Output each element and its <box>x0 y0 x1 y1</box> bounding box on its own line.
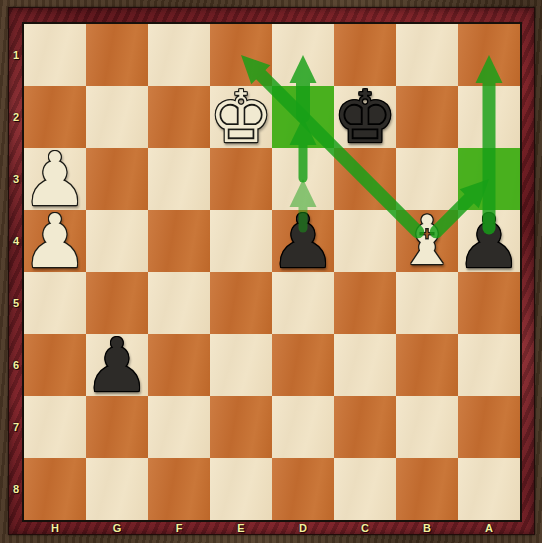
square-b7[interactable] <box>396 396 458 458</box>
rank-label-6: 6 <box>8 334 24 396</box>
chess-board[interactable]: ♟♟♚♝♚♟♟♟ <box>24 24 520 520</box>
square-d7[interactable] <box>272 396 334 458</box>
file-label-b: B <box>396 521 458 535</box>
rank-label-7: 7 <box>8 396 24 458</box>
piece-black-pawn-g6[interactable]: ♟ <box>86 334 148 396</box>
square-d2[interactable] <box>272 86 334 148</box>
square-c5[interactable] <box>334 272 396 334</box>
piece-black-pawn-a4[interactable]: ♟ <box>458 210 520 272</box>
rank-label-8: 8 <box>8 458 24 520</box>
chess-app-window: 12345678 HGFEDCBA ♟♟♚♝♚♟♟♟ <box>0 0 542 543</box>
square-b2[interactable] <box>396 86 458 148</box>
square-h7[interactable] <box>24 396 86 458</box>
square-a2[interactable] <box>458 86 520 148</box>
file-label-f: F <box>148 521 210 535</box>
square-g4[interactable] <box>86 210 148 272</box>
square-g1[interactable] <box>86 24 148 86</box>
square-e7[interactable] <box>210 396 272 458</box>
square-f1[interactable] <box>148 24 210 86</box>
square-h8[interactable] <box>24 458 86 520</box>
square-e5[interactable] <box>210 272 272 334</box>
square-g3[interactable] <box>86 148 148 210</box>
square-e8[interactable] <box>210 458 272 520</box>
square-b6[interactable] <box>396 334 458 396</box>
square-a7[interactable] <box>458 396 520 458</box>
file-label-e: E <box>210 521 272 535</box>
file-label-a: A <box>458 521 520 535</box>
piece-black-pawn-d4[interactable]: ♟ <box>272 210 334 272</box>
square-g2[interactable] <box>86 86 148 148</box>
square-a8[interactable] <box>458 458 520 520</box>
square-f7[interactable] <box>148 396 210 458</box>
square-d6[interactable] <box>272 334 334 396</box>
file-label-h: H <box>24 521 86 535</box>
square-a1[interactable] <box>458 24 520 86</box>
square-f5[interactable] <box>148 272 210 334</box>
rank-label-1: 1 <box>8 24 24 86</box>
square-g8[interactable] <box>86 458 148 520</box>
file-label-g: G <box>86 521 148 535</box>
square-f3[interactable] <box>148 148 210 210</box>
piece-white-king-e2[interactable]: ♚ <box>210 86 272 148</box>
square-f2[interactable] <box>148 86 210 148</box>
square-e4[interactable] <box>210 210 272 272</box>
square-h1[interactable] <box>24 24 86 86</box>
square-c7[interactable] <box>334 396 396 458</box>
square-b5[interactable] <box>396 272 458 334</box>
file-labels: HGFEDCBA <box>24 521 520 535</box>
piece-white-bishop-b4[interactable]: ♝ <box>396 210 458 272</box>
file-label-c: C <box>334 521 396 535</box>
square-e6[interactable] <box>210 334 272 396</box>
file-label-d: D <box>272 521 334 535</box>
square-b1[interactable] <box>396 24 458 86</box>
square-h6[interactable] <box>24 334 86 396</box>
square-a6[interactable] <box>458 334 520 396</box>
square-c8[interactable] <box>334 458 396 520</box>
square-c4[interactable] <box>334 210 396 272</box>
square-f4[interactable] <box>148 210 210 272</box>
square-d8[interactable] <box>272 458 334 520</box>
square-f8[interactable] <box>148 458 210 520</box>
square-f6[interactable] <box>148 334 210 396</box>
square-b8[interactable] <box>396 458 458 520</box>
square-d1[interactable] <box>272 24 334 86</box>
piece-black-king-c2[interactable]: ♚ <box>334 86 396 148</box>
piece-white-pawn-h4[interactable]: ♟ <box>24 210 86 272</box>
square-c6[interactable] <box>334 334 396 396</box>
